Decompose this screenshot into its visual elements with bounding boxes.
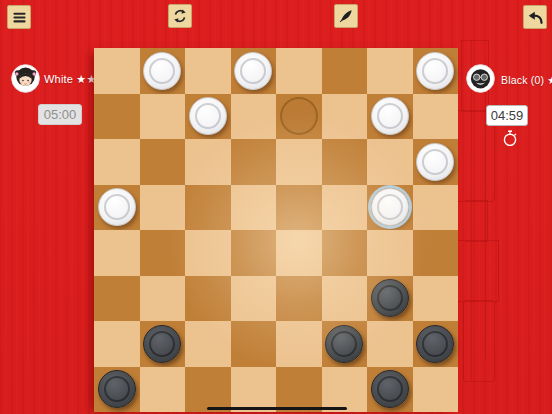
black-piece[interactable] — [371, 279, 409, 317]
square-b6[interactable] — [140, 139, 186, 185]
hamburger-icon — [12, 10, 27, 25]
square-e7[interactable] — [276, 94, 322, 140]
black-clock: 04:59 — [486, 105, 528, 126]
square-h1[interactable] — [413, 367, 459, 413]
white-piece[interactable] — [143, 52, 181, 90]
square-h4[interactable] — [413, 230, 459, 276]
square-f3[interactable] — [322, 276, 368, 322]
white-player-avatar[interactable] — [11, 64, 40, 93]
square-c8[interactable] — [185, 48, 231, 94]
white-clock: 05:00 — [38, 104, 82, 125]
square-f5[interactable] — [322, 185, 368, 231]
feather-button[interactable] — [334, 4, 358, 28]
square-c6[interactable] — [185, 139, 231, 185]
home-indicator[interactable] — [207, 407, 347, 410]
white-piece[interactable] — [416, 52, 454, 90]
square-g5[interactable] — [367, 185, 413, 231]
square-a4[interactable] — [94, 230, 140, 276]
square-e8[interactable] — [276, 48, 322, 94]
undo-arrow-icon — [527, 9, 544, 26]
feather-icon — [338, 8, 354, 24]
square-c2[interactable] — [185, 321, 231, 367]
square-b5[interactable] — [140, 185, 186, 231]
square-c7[interactable] — [185, 94, 231, 140]
white-piece[interactable] — [416, 143, 454, 181]
white-piece[interactable] — [189, 97, 227, 135]
square-d8[interactable] — [231, 48, 277, 94]
square-a6[interactable] — [94, 139, 140, 185]
background-illustration — [455, 40, 507, 414]
square-g7[interactable] — [367, 94, 413, 140]
square-c1[interactable] — [185, 367, 231, 413]
square-g2[interactable] — [367, 321, 413, 367]
square-a2[interactable] — [94, 321, 140, 367]
square-b1[interactable] — [140, 367, 186, 413]
white-piece[interactable] — [98, 188, 136, 226]
square-c5[interactable] — [185, 185, 231, 231]
square-b7[interactable] — [140, 94, 186, 140]
white-piece[interactable] — [234, 52, 272, 90]
square-e2[interactable] — [276, 321, 322, 367]
square-h3[interactable] — [413, 276, 459, 322]
black-player-label: Black (0) ★ — [501, 74, 552, 86]
menu-button[interactable] — [7, 5, 31, 29]
refresh-icon — [172, 8, 188, 24]
square-b8[interactable] — [140, 48, 186, 94]
black-piece[interactable] — [143, 325, 181, 363]
square-e3[interactable] — [276, 276, 322, 322]
square-b3[interactable] — [140, 276, 186, 322]
square-c3[interactable] — [185, 276, 231, 322]
square-f1[interactable] — [322, 367, 368, 413]
refresh-button[interactable] — [168, 4, 192, 28]
black-piece[interactable] — [416, 325, 454, 363]
square-g6[interactable] — [367, 139, 413, 185]
black-piece[interactable] — [98, 370, 136, 408]
square-h6[interactable] — [413, 139, 459, 185]
stopwatch-icon — [502, 129, 518, 147]
square-f8[interactable] — [322, 48, 368, 94]
square-h2[interactable] — [413, 321, 459, 367]
square-a3[interactable] — [94, 276, 140, 322]
board-area — [94, 48, 458, 412]
square-g1[interactable] — [367, 367, 413, 413]
square-f4[interactable] — [322, 230, 368, 276]
square-d1[interactable] — [231, 367, 277, 413]
square-g4[interactable] — [367, 230, 413, 276]
square-h8[interactable] — [413, 48, 459, 94]
square-g8[interactable] — [367, 48, 413, 94]
black-player-avatar[interactable] — [466, 64, 495, 93]
back-button[interactable] — [523, 5, 547, 29]
square-a8[interactable] — [94, 48, 140, 94]
square-f7[interactable] — [322, 94, 368, 140]
square-d6[interactable] — [231, 139, 277, 185]
square-d7[interactable] — [231, 94, 277, 140]
board — [94, 48, 458, 412]
square-d4[interactable] — [231, 230, 277, 276]
move-origin-indicator — [280, 97, 318, 135]
black-piece[interactable] — [371, 370, 409, 408]
square-a1[interactable] — [94, 367, 140, 413]
square-a7[interactable] — [94, 94, 140, 140]
square-d3[interactable] — [231, 276, 277, 322]
square-g3[interactable] — [367, 276, 413, 322]
square-c4[interactable] — [185, 230, 231, 276]
square-a5[interactable] — [94, 185, 140, 231]
square-e1[interactable] — [276, 367, 322, 413]
white-piece[interactable] — [371, 188, 409, 226]
square-b2[interactable] — [140, 321, 186, 367]
square-h5[interactable] — [413, 185, 459, 231]
square-d5[interactable] — [231, 185, 277, 231]
square-e5[interactable] — [276, 185, 322, 231]
square-f2[interactable] — [322, 321, 368, 367]
black-piece[interactable] — [325, 325, 363, 363]
white-piece[interactable] — [371, 97, 409, 135]
app-window: White ★★★ 05:00 Black (0) ★ 04:59 — [0, 0, 552, 414]
square-e6[interactable] — [276, 139, 322, 185]
square-b4[interactable] — [140, 230, 186, 276]
square-f6[interactable] — [322, 139, 368, 185]
square-e4[interactable] — [276, 230, 322, 276]
square-h7[interactable] — [413, 94, 459, 140]
square-d2[interactable] — [231, 321, 277, 367]
